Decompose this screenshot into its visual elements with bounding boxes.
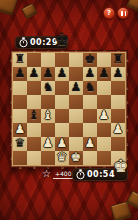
rank-label-left: 1 [10, 157, 12, 159]
black-queen-a2[interactable]: ♛ [13, 136, 27, 151]
square-h4[interactable] [111, 109, 125, 123]
black-player-piece-icon: ♚ [54, 29, 68, 49]
square-f6[interactable]: ♞ [83, 81, 97, 95]
points-underline [53, 178, 74, 179]
square-h3[interactable]: ♟ [111, 123, 125, 137]
rank-label-left: 4 [10, 115, 12, 117]
square-g3[interactable] [97, 123, 111, 137]
board-grid: ♜♚♜♟♟♟♟♟♟♟♞♟♞♝♝♟♟♟♛♟♟♟♛♚ [13, 53, 125, 165]
question-icon: ? [104, 8, 114, 18]
square-d6[interactable] [55, 81, 69, 95]
square-g8[interactable] [97, 53, 111, 67]
square-g7[interactable]: ♟ [97, 67, 111, 81]
square-d3[interactable] [55, 123, 69, 137]
black-pawn-h7[interactable]: ♟ [111, 66, 125, 81]
white-pawn-h3[interactable]: ♟ [111, 122, 125, 137]
file-label-top: A [19, 50, 21, 52]
square-g2[interactable] [97, 137, 111, 151]
square-e5[interactable] [69, 95, 83, 109]
square-e2[interactable] [69, 137, 83, 151]
help-button[interactable]: ? [103, 7, 115, 19]
file-label-top: E [75, 50, 77, 52]
black-knight-f6[interactable]: ♞ [83, 80, 97, 95]
stopwatch-icon [76, 169, 85, 180]
square-e6[interactable]: ♟ [69, 81, 83, 95]
square-g4[interactable]: ♟ [97, 109, 111, 123]
rank-label-left: 6 [10, 87, 12, 89]
square-c5[interactable] [41, 95, 55, 109]
white-pawn-f2[interactable]: ♟ [83, 136, 97, 151]
square-c1[interactable] [41, 151, 55, 165]
square-f4[interactable] [83, 109, 97, 123]
square-f5[interactable] [83, 95, 97, 109]
square-b4[interactable]: ♝ [27, 109, 41, 123]
square-b6[interactable] [27, 81, 41, 95]
square-a1[interactable] [13, 151, 27, 165]
square-d1[interactable]: ♛ [55, 151, 69, 165]
square-d2[interactable]: ♟ [55, 137, 69, 151]
file-label-bottom: B [33, 166, 35, 168]
square-c4[interactable]: ♝ [41, 109, 55, 123]
rank-label-left: 2 [10, 143, 12, 145]
square-c7[interactable]: ♟ [41, 67, 55, 81]
square-f8[interactable]: ♚ [83, 53, 97, 67]
file-label-top: G [103, 50, 105, 52]
black-pawn-b7[interactable]: ♟ [27, 66, 41, 81]
chocolate-piece [21, 3, 38, 20]
file-label-top: B [33, 50, 35, 52]
square-f3[interactable] [83, 123, 97, 137]
square-c3[interactable] [41, 123, 55, 137]
square-g5[interactable] [97, 95, 111, 109]
square-b3[interactable] [27, 123, 41, 137]
rank-label-left: 8 [10, 59, 12, 61]
square-e7[interactable] [69, 67, 83, 81]
square-e3[interactable] [69, 123, 83, 137]
chess-app-screen: ? 00:29 ♚ ♜♚♜♟♟♟♟♟♟♟♞♟♞♝♝♟♟♟♛♟♟♟♛♚ AA88B… [0, 0, 138, 220]
square-a2[interactable]: ♛ [13, 137, 27, 151]
square-b1[interactable] [27, 151, 41, 165]
square-d5[interactable] [55, 95, 69, 109]
square-b2[interactable] [27, 137, 41, 151]
rank-label-left: 5 [10, 101, 12, 103]
square-c6[interactable]: ♞ [41, 81, 55, 95]
white-pawn-a3[interactable]: ♟ [13, 122, 27, 137]
file-label-bottom: D [61, 166, 63, 168]
square-c8[interactable] [41, 53, 55, 67]
black-knight-c6[interactable]: ♞ [41, 80, 55, 95]
file-label-top: F [89, 50, 91, 52]
black-pawn-f7[interactable]: ♟ [83, 66, 97, 81]
white-pawn-d2[interactable]: ♟ [55, 136, 69, 151]
file-label-bottom: A [19, 166, 21, 168]
white-pawn-g4[interactable]: ♟ [97, 108, 111, 123]
square-b5[interactable] [27, 95, 41, 109]
white-bishop-c4[interactable]: ♝ [41, 108, 55, 123]
square-a4[interactable] [13, 109, 27, 123]
black-rook-h8[interactable]: ♜ [111, 52, 125, 67]
square-a5[interactable] [13, 95, 27, 109]
square-e1[interactable]: ♚ [69, 151, 83, 165]
square-h8[interactable]: ♜ [111, 53, 125, 67]
file-label-top: D [61, 50, 63, 52]
square-e8[interactable] [69, 53, 83, 67]
square-e4[interactable] [69, 109, 83, 123]
white-queen-d1[interactable]: ♛ [55, 150, 69, 165]
white-pawn-c2[interactable]: ♟ [41, 136, 55, 151]
square-d7[interactable]: ♟ [55, 67, 69, 81]
square-a6[interactable] [13, 81, 27, 95]
square-h2[interactable] [111, 137, 125, 151]
rank-label-right: 6 [126, 87, 128, 89]
black-pawn-e6[interactable]: ♟ [69, 80, 83, 95]
star-icon: ☆ [42, 169, 51, 179]
rank-label-right: 7 [126, 73, 128, 75]
pause-button[interactable] [117, 7, 129, 19]
file-label-top: H [117, 50, 119, 52]
square-g6[interactable] [97, 81, 111, 95]
square-f2[interactable]: ♟ [83, 137, 97, 151]
chocolate-piece [0, 0, 19, 16]
square-h7[interactable]: ♟ [111, 67, 125, 81]
rank-label-left: 3 [10, 129, 12, 131]
black-pawn-g7[interactable]: ♟ [97, 66, 111, 81]
black-king-f8[interactable]: ♚ [83, 52, 97, 67]
square-h6[interactable] [111, 81, 125, 95]
black-bishop-b4[interactable]: ♝ [27, 108, 41, 123]
white-clock: 00:54 [87, 169, 115, 180]
square-b8[interactable] [27, 53, 41, 67]
square-a3[interactable]: ♟ [13, 123, 27, 137]
rank-label-right: 3 [126, 129, 128, 131]
rank-label-right: 4 [126, 115, 128, 117]
square-c2[interactable]: ♟ [41, 137, 55, 151]
bonus-points: +400 [55, 170, 71, 177]
square-f1[interactable] [83, 151, 97, 165]
black-pawn-d7[interactable]: ♟ [55, 66, 69, 81]
rank-label-right: 2 [126, 143, 128, 145]
square-h5[interactable] [111, 95, 125, 109]
rank-label-right: 8 [126, 59, 128, 61]
square-a8[interactable]: ♜ [13, 53, 27, 67]
square-a7[interactable]: ♟ [13, 67, 27, 81]
chess-board: ♜♚♜♟♟♟♟♟♟♟♞♟♞♝♝♟♟♟♛♟♟♟♛♚ AA88BB77CC66DD5… [10, 50, 128, 168]
square-b7[interactable]: ♟ [27, 67, 41, 81]
white-king-e1[interactable]: ♚ [69, 150, 83, 165]
white-player-piece-icon: ♚ [113, 156, 127, 176]
pause-icon [121, 11, 126, 16]
square-d8[interactable] [55, 53, 69, 67]
black-pawn-a7[interactable]: ♟ [13, 66, 27, 81]
rank-label-right: 5 [126, 101, 128, 103]
square-d4[interactable] [55, 109, 69, 123]
black-rook-a8[interactable]: ♜ [13, 52, 27, 67]
rank-label-left: 7 [10, 73, 12, 75]
file-label-top: C [47, 50, 49, 52]
square-f7[interactable]: ♟ [83, 67, 97, 81]
stopwatch-icon [19, 37, 28, 48]
square-g1[interactable] [97, 151, 111, 165]
black-pawn-c7[interactable]: ♟ [41, 66, 55, 81]
